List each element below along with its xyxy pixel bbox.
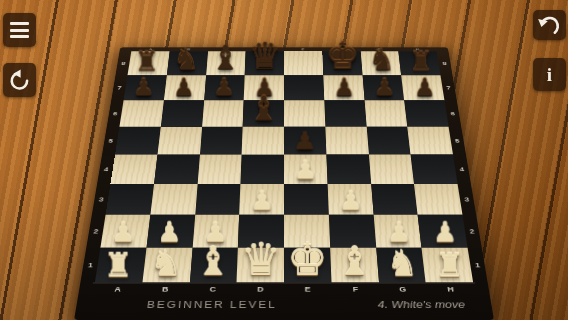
black-rook: ♜: [135, 47, 159, 74]
square-f8[interactable]: ♚: [322, 51, 362, 75]
square-c4[interactable]: [197, 155, 242, 184]
black-pawn: ♟: [294, 129, 317, 154]
square-d3[interactable]: ♟: [239, 184, 284, 215]
rotate-board-button[interactable]: [3, 63, 36, 97]
square-c3[interactable]: [195, 184, 241, 215]
file-label-d: D: [236, 284, 284, 295]
white-pawn: ♟: [339, 188, 363, 215]
square-d8[interactable]: ♛: [245, 51, 284, 75]
square-f3[interactable]: ♟: [327, 184, 373, 215]
square-a2[interactable]: ♟: [100, 215, 150, 248]
square-c8[interactable]: ♝: [206, 51, 246, 75]
board-status-bar: BEGINNER LEVEL 4. White's move: [89, 295, 478, 319]
white-pawn: ♟: [157, 220, 181, 247]
board-anchor: ABCDEFGH 87654321 87654321 ♜♞♝♛♚♞♜♟♟♟♟♟♟…: [74, 0, 494, 320]
file-label-f: F: [331, 284, 379, 295]
square-b8[interactable]: ♞: [167, 51, 208, 75]
square-g6[interactable]: [364, 100, 407, 126]
file-label-h: H: [426, 284, 475, 295]
square-d4[interactable]: [241, 155, 284, 184]
move-indicator: 4. White's move: [377, 299, 466, 310]
square-g1[interactable]: ♞: [376, 248, 426, 283]
square-b1[interactable]: ♞: [142, 248, 192, 283]
square-f1[interactable]: ♝: [330, 248, 379, 283]
white-pawn: ♟: [386, 220, 410, 247]
info-icon: i: [547, 64, 552, 86]
black-pawn: ♟: [414, 76, 435, 100]
square-c2[interactable]: ♟: [192, 215, 239, 248]
square-a3[interactable]: [106, 184, 154, 215]
undo-button[interactable]: [533, 10, 566, 40]
black-pawn: ♟: [133, 76, 154, 100]
square-g5[interactable]: [366, 127, 410, 155]
square-c1[interactable]: ♝: [189, 248, 238, 283]
white-pawn: ♟: [250, 188, 274, 215]
square-e4[interactable]: ♟: [284, 155, 327, 184]
square-h2[interactable]: ♟: [418, 215, 468, 248]
black-king: ♚: [326, 37, 360, 75]
file-label-c: C: [188, 284, 236, 295]
white-rook: ♜: [104, 249, 134, 282]
square-e2[interactable]: [284, 215, 330, 248]
square-c7[interactable]: ♟: [204, 75, 245, 100]
square-h8[interactable]: ♜: [399, 51, 441, 75]
square-a7[interactable]: ♟: [124, 75, 167, 100]
white-pawn: ♟: [432, 220, 456, 247]
square-h3[interactable]: [414, 184, 462, 215]
square-g7[interactable]: ♟: [362, 75, 404, 100]
square-a5[interactable]: [115, 127, 161, 155]
chess-board: ♜♞♝♛♚♞♜♟♟♟♟♟♟♟♝♟♟♟♟♟♟♟♟♟♜♞♝♛♚♝♞♜: [95, 51, 473, 282]
white-pawn: ♟: [203, 220, 227, 247]
undo-icon: [537, 14, 562, 36]
black-pawn: ♟: [173, 76, 194, 100]
black-pawn: ♟: [333, 76, 354, 100]
square-e5[interactable]: ♟: [284, 127, 326, 155]
square-h7[interactable]: ♟: [401, 75, 444, 100]
black-pawn: ♟: [213, 76, 234, 100]
white-rook: ♜: [435, 249, 465, 282]
square-e7[interactable]: [284, 75, 324, 100]
square-a1[interactable]: ♜: [95, 248, 146, 283]
square-g2[interactable]: ♟: [373, 215, 421, 248]
square-b7[interactable]: ♟: [164, 75, 206, 100]
file-label-b: B: [141, 284, 190, 295]
white-pawn: ♟: [294, 157, 317, 183]
level-label: BEGINNER LEVEL: [146, 299, 276, 310]
square-c6[interactable]: [202, 100, 244, 126]
square-b3[interactable]: [150, 184, 197, 215]
board-frame: ABCDEFGH 87654321 87654321 ♜♞♝♛♚♞♜♟♟♟♟♟♟…: [74, 47, 494, 320]
square-d1[interactable]: ♛: [237, 248, 284, 283]
square-f7[interactable]: ♟: [323, 75, 364, 100]
square-d7[interactable]: ♟: [244, 75, 284, 100]
square-b4[interactable]: [154, 155, 200, 184]
square-a6[interactable]: [119, 100, 163, 126]
square-a4[interactable]: [110, 155, 157, 184]
square-h6[interactable]: [404, 100, 448, 126]
square-e3[interactable]: [284, 184, 329, 215]
hamburger-icon: [10, 22, 29, 38]
black-queen: ♛: [248, 38, 281, 75]
square-b6[interactable]: [161, 100, 204, 126]
square-g8[interactable]: ♞: [360, 51, 401, 75]
square-b5[interactable]: [157, 127, 201, 155]
square-c5[interactable]: [200, 127, 243, 155]
square-b2[interactable]: ♟: [146, 215, 194, 248]
square-h1[interactable]: ♜: [422, 248, 473, 283]
menu-button[interactable]: [3, 13, 36, 47]
square-e8[interactable]: [284, 51, 323, 75]
square-a8[interactable]: ♜: [128, 51, 170, 75]
file-label-e: E: [284, 284, 332, 295]
white-knight: ♞: [150, 246, 182, 282]
square-d5[interactable]: [242, 127, 284, 155]
black-rook: ♜: [409, 47, 433, 74]
white-bishop: ♝: [195, 242, 231, 282]
square-d2[interactable]: [238, 215, 284, 248]
black-pawn: ♟: [374, 76, 395, 100]
black-pawn: ♟: [253, 76, 274, 100]
file-label-a: A: [93, 284, 142, 295]
square-h4[interactable]: [411, 155, 458, 184]
white-pawn: ♟: [111, 220, 135, 247]
square-f4[interactable]: [326, 155, 371, 184]
square-d6[interactable]: ♝: [243, 100, 284, 126]
file-labels-bottom: ABCDEFGH: [93, 284, 475, 295]
square-g3[interactable]: [371, 184, 418, 215]
square-e6[interactable]: [284, 100, 325, 126]
square-h5[interactable]: [407, 127, 453, 155]
square-f6[interactable]: [324, 100, 366, 126]
white-knight: ♞: [386, 246, 418, 282]
rotate-icon: [8, 69, 31, 92]
info-button[interactable]: i: [533, 58, 566, 91]
square-f5[interactable]: [325, 127, 368, 155]
white-bishop: ♝: [337, 242, 373, 282]
square-f2[interactable]: [329, 215, 376, 248]
square-g4[interactable]: [368, 155, 414, 184]
square-e1[interactable]: ♚: [284, 248, 331, 283]
file-label-g: G: [379, 284, 428, 295]
